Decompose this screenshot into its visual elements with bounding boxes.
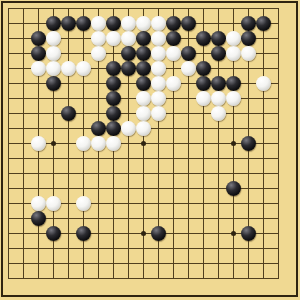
white-stone xyxy=(226,46,241,61)
white-stone xyxy=(76,196,91,211)
black-stone xyxy=(241,136,256,151)
white-stone xyxy=(256,76,271,91)
black-stone xyxy=(61,16,76,31)
grid-line-horizontal xyxy=(8,263,279,264)
black-stone xyxy=(166,31,181,46)
white-stone xyxy=(181,61,196,76)
black-stone xyxy=(136,31,151,46)
black-stone xyxy=(61,106,76,121)
grid-line-horizontal xyxy=(8,248,279,249)
black-stone xyxy=(106,16,121,31)
white-stone xyxy=(136,106,151,121)
grid-line-horizontal xyxy=(8,173,279,174)
black-stone xyxy=(226,76,241,91)
hoshi-point xyxy=(141,231,146,236)
black-stone xyxy=(181,46,196,61)
black-stone xyxy=(196,61,211,76)
black-stone xyxy=(106,121,121,136)
hoshi-point xyxy=(231,141,236,146)
white-stone xyxy=(226,91,241,106)
black-stone xyxy=(106,61,121,76)
white-stone xyxy=(31,136,46,151)
black-stone xyxy=(31,211,46,226)
white-stone xyxy=(76,61,91,76)
white-stone xyxy=(91,16,106,31)
black-stone xyxy=(46,76,61,91)
white-stone xyxy=(211,91,226,106)
grid-line-horizontal xyxy=(8,278,279,279)
black-stone xyxy=(241,16,256,31)
white-stone xyxy=(61,61,76,76)
grid-line-vertical xyxy=(278,8,279,279)
white-stone xyxy=(91,46,106,61)
white-stone xyxy=(151,16,166,31)
black-stone xyxy=(241,31,256,46)
white-stone xyxy=(196,91,211,106)
white-stone xyxy=(166,46,181,61)
black-stone xyxy=(76,226,91,241)
black-stone xyxy=(241,226,256,241)
white-stone xyxy=(121,121,136,136)
black-stone xyxy=(91,121,106,136)
black-stone xyxy=(121,46,136,61)
white-stone xyxy=(106,136,121,151)
black-stone xyxy=(211,31,226,46)
hoshi-point xyxy=(51,141,56,146)
white-stone xyxy=(91,31,106,46)
white-stone xyxy=(31,196,46,211)
black-stone xyxy=(106,76,121,91)
white-stone xyxy=(166,76,181,91)
white-stone xyxy=(136,121,151,136)
grid-line-vertical xyxy=(263,8,264,279)
black-stone xyxy=(106,106,121,121)
black-stone xyxy=(196,76,211,91)
white-stone xyxy=(151,61,166,76)
black-stone xyxy=(136,46,151,61)
black-stone xyxy=(181,16,196,31)
white-stone xyxy=(151,46,166,61)
white-stone xyxy=(151,31,166,46)
black-stone xyxy=(226,181,241,196)
black-stone xyxy=(46,226,61,241)
white-stone xyxy=(136,16,151,31)
grid-line-horizontal xyxy=(8,218,279,219)
white-stone xyxy=(151,91,166,106)
white-stone xyxy=(76,136,91,151)
black-stone xyxy=(31,31,46,46)
black-stone xyxy=(136,76,151,91)
white-stone xyxy=(46,61,61,76)
hoshi-point xyxy=(141,141,146,146)
white-stone xyxy=(151,106,166,121)
white-stone xyxy=(46,46,61,61)
black-stone xyxy=(136,61,151,76)
black-stone xyxy=(106,91,121,106)
black-stone xyxy=(256,16,271,31)
white-stone xyxy=(121,16,136,31)
white-stone xyxy=(211,106,226,121)
black-stone xyxy=(121,61,136,76)
white-stone xyxy=(91,136,106,151)
black-stone xyxy=(46,16,61,31)
white-stone xyxy=(136,91,151,106)
white-stone xyxy=(46,196,61,211)
black-stone xyxy=(196,31,211,46)
white-stone xyxy=(226,31,241,46)
black-stone xyxy=(211,46,226,61)
black-stone xyxy=(31,46,46,61)
black-stone xyxy=(151,226,166,241)
white-stone xyxy=(121,31,136,46)
grid-line-vertical xyxy=(203,8,204,279)
black-stone xyxy=(166,16,181,31)
white-stone xyxy=(151,76,166,91)
white-stone xyxy=(31,61,46,76)
go-board[interactable] xyxy=(0,0,300,300)
black-stone xyxy=(76,16,91,31)
hoshi-point xyxy=(231,231,236,236)
white-stone xyxy=(106,31,121,46)
white-stone xyxy=(46,31,61,46)
white-stone xyxy=(241,46,256,61)
grid-line-horizontal xyxy=(8,158,279,159)
black-stone xyxy=(211,76,226,91)
